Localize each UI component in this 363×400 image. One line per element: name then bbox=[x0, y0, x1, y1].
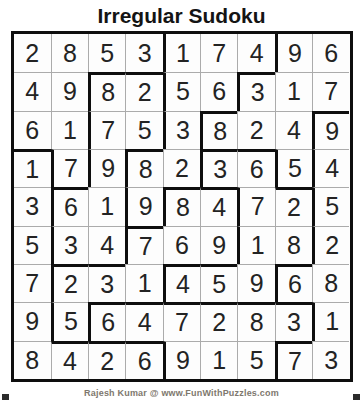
cell-r9c7[interactable]: 5 bbox=[237, 341, 274, 379]
cell-r5c3[interactable]: 1 bbox=[88, 187, 125, 225]
cell-r7c4[interactable]: 1 bbox=[125, 264, 162, 302]
cell-r9c4[interactable]: 6 bbox=[125, 341, 162, 379]
cell-r8c5[interactable]: 7 bbox=[163, 302, 200, 340]
cell-r5c4[interactable]: 9 bbox=[125, 187, 162, 225]
cell-r8c2[interactable]: 5 bbox=[51, 302, 88, 340]
cell-r1c5[interactable]: 1 bbox=[163, 34, 200, 72]
bottom-left-artifact-mark bbox=[2, 394, 9, 400]
cell-r4c9[interactable]: 4 bbox=[312, 149, 349, 187]
bottom-right-artifact-mark bbox=[353, 394, 360, 400]
cell-r8c7[interactable]: 8 bbox=[237, 302, 274, 340]
cell-r5c9[interactable]: 5 bbox=[312, 187, 349, 225]
cell-r2c6[interactable]: 6 bbox=[200, 72, 237, 110]
cell-r8c6[interactable]: 2 bbox=[200, 302, 237, 340]
cell-r9c3[interactable]: 2 bbox=[88, 341, 125, 379]
page-title: Irregular Sudoku bbox=[0, 0, 363, 29]
cell-r1c3[interactable]: 5 bbox=[88, 34, 125, 72]
cell-r3c6[interactable]: 8 bbox=[200, 111, 237, 149]
cell-r2c9[interactable]: 7 bbox=[312, 72, 349, 110]
cell-r5c5[interactable]: 8 bbox=[163, 187, 200, 225]
cell-r3c7[interactable]: 2 bbox=[237, 111, 274, 149]
cell-r6c5[interactable]: 6 bbox=[163, 226, 200, 264]
cell-r6c6[interactable]: 9 bbox=[200, 226, 237, 264]
cell-r2c2[interactable]: 9 bbox=[51, 72, 88, 110]
cell-r2c5[interactable]: 5 bbox=[163, 72, 200, 110]
cell-r8c1[interactable]: 9 bbox=[14, 302, 51, 340]
cell-r1c2[interactable]: 8 bbox=[51, 34, 88, 72]
cell-r6c7[interactable]: 1 bbox=[237, 226, 274, 264]
cell-r4c8[interactable]: 5 bbox=[275, 149, 312, 187]
cell-r5c1[interactable]: 3 bbox=[14, 187, 51, 225]
cell-r5c7[interactable]: 7 bbox=[237, 187, 274, 225]
cell-r7c2[interactable]: 2 bbox=[51, 264, 88, 302]
cell-r3c1[interactable]: 6 bbox=[14, 111, 51, 149]
cell-r2c1[interactable]: 4 bbox=[14, 72, 51, 110]
cell-r4c6[interactable]: 3 bbox=[200, 149, 237, 187]
board-container: 2853174964982563176175382491798236543619… bbox=[11, 31, 353, 382]
cell-r4c5[interactable]: 2 bbox=[163, 149, 200, 187]
cell-r3c9[interactable]: 9 bbox=[312, 111, 349, 149]
cell-r6c4[interactable]: 7 bbox=[125, 226, 162, 264]
cell-r5c6[interactable]: 4 bbox=[200, 187, 237, 225]
cell-r4c1[interactable]: 1 bbox=[14, 149, 51, 187]
cell-r9c2[interactable]: 4 bbox=[51, 341, 88, 379]
cell-r7c3[interactable]: 3 bbox=[88, 264, 125, 302]
cell-r3c2[interactable]: 1 bbox=[51, 111, 88, 149]
cell-r2c8[interactable]: 1 bbox=[275, 72, 312, 110]
sudoku-grid: 2853174964982563176175382491798236543619… bbox=[11, 31, 353, 382]
cell-r1c7[interactable]: 4 bbox=[237, 34, 274, 72]
cell-r1c6[interactable]: 7 bbox=[200, 34, 237, 72]
cell-r7c8[interactable]: 6 bbox=[275, 264, 312, 302]
cell-r8c3[interactable]: 6 bbox=[88, 302, 125, 340]
cell-r9c8[interactable]: 7 bbox=[275, 341, 312, 379]
cell-r4c7[interactable]: 6 bbox=[237, 149, 274, 187]
cell-r1c4[interactable]: 3 bbox=[125, 34, 162, 72]
cell-r3c3[interactable]: 7 bbox=[88, 111, 125, 149]
credit-caption: Rajesh Kumar @ www.FunWithPuzzles.com bbox=[0, 388, 363, 398]
cell-r7c5[interactable]: 4 bbox=[163, 264, 200, 302]
cell-r6c9[interactable]: 2 bbox=[312, 226, 349, 264]
cell-r6c2[interactable]: 3 bbox=[51, 226, 88, 264]
cell-r5c8[interactable]: 2 bbox=[275, 187, 312, 225]
cell-r2c7[interactable]: 3 bbox=[237, 72, 274, 110]
cell-r6c8[interactable]: 8 bbox=[275, 226, 312, 264]
cell-r4c4[interactable]: 8 bbox=[125, 149, 162, 187]
cell-r8c4[interactable]: 4 bbox=[125, 302, 162, 340]
cell-r4c2[interactable]: 7 bbox=[51, 149, 88, 187]
cell-r6c1[interactable]: 5 bbox=[14, 226, 51, 264]
cell-r5c2[interactable]: 6 bbox=[51, 187, 88, 225]
cell-r7c7[interactable]: 9 bbox=[237, 264, 274, 302]
cell-r9c9[interactable]: 3 bbox=[312, 341, 349, 379]
cell-r1c9[interactable]: 6 bbox=[312, 34, 349, 72]
cell-r7c6[interactable]: 5 bbox=[200, 264, 237, 302]
cell-r6c3[interactable]: 4 bbox=[88, 226, 125, 264]
cell-r3c8[interactable]: 4 bbox=[275, 111, 312, 149]
cell-r7c1[interactable]: 7 bbox=[14, 264, 51, 302]
cell-r7c9[interactable]: 8 bbox=[312, 264, 349, 302]
cell-r2c3[interactable]: 8 bbox=[88, 72, 125, 110]
cell-r1c8[interactable]: 9 bbox=[275, 34, 312, 72]
cell-r1c1[interactable]: 2 bbox=[14, 34, 51, 72]
cell-r3c5[interactable]: 3 bbox=[163, 111, 200, 149]
cell-r9c6[interactable]: 1 bbox=[200, 341, 237, 379]
cell-r2c4[interactable]: 2 bbox=[125, 72, 162, 110]
cell-r8c8[interactable]: 3 bbox=[275, 302, 312, 340]
cell-r8c9[interactable]: 1 bbox=[312, 302, 349, 340]
cell-r9c1[interactable]: 8 bbox=[14, 341, 51, 379]
cell-r3c4[interactable]: 5 bbox=[125, 111, 162, 149]
cell-r4c3[interactable]: 9 bbox=[88, 149, 125, 187]
cell-r9c5[interactable]: 9 bbox=[163, 341, 200, 379]
